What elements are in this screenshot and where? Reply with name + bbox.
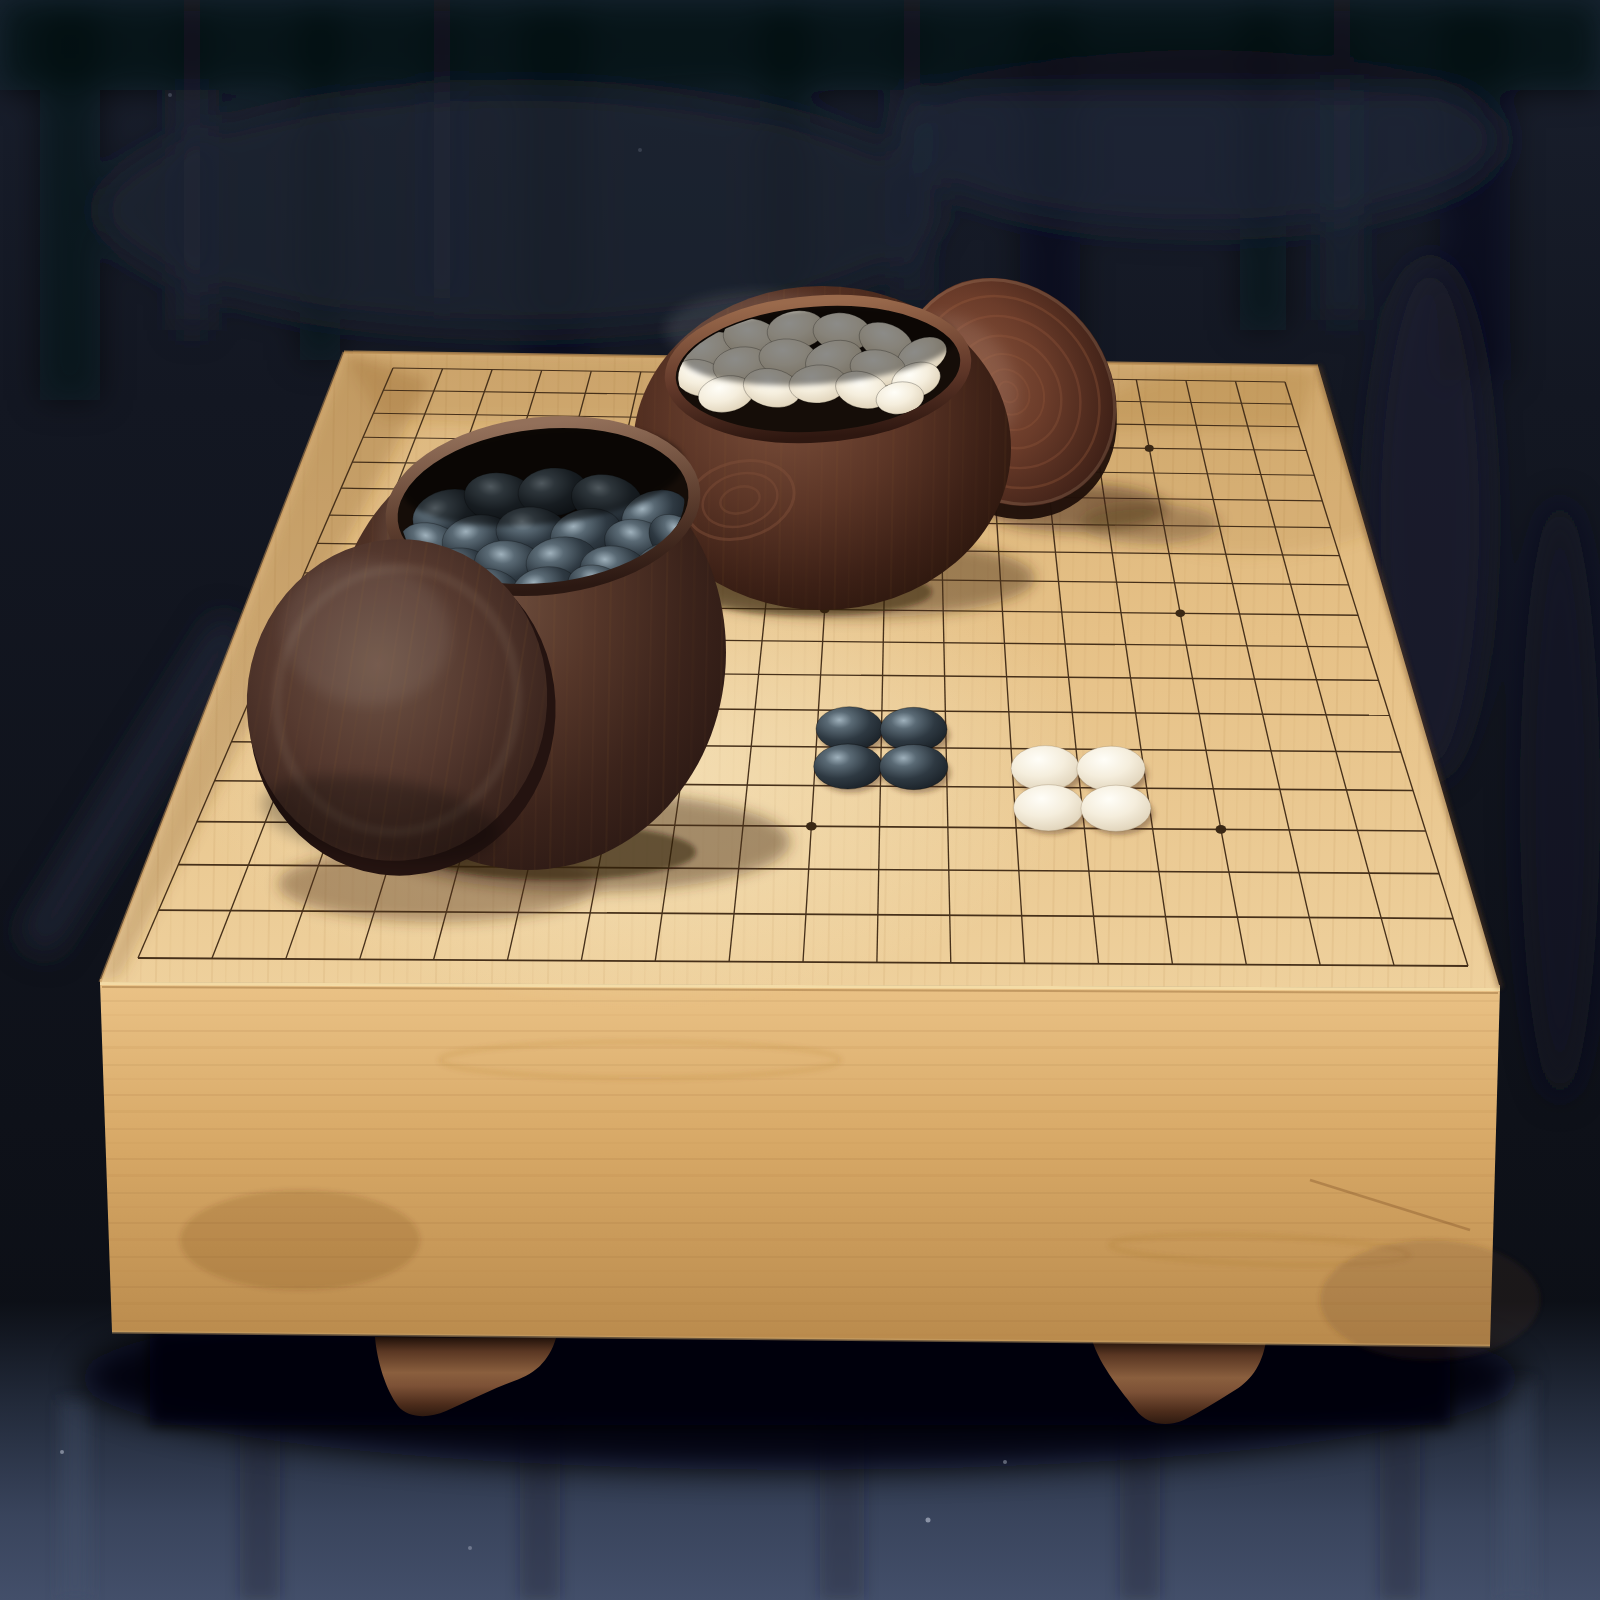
hoshi-star-point	[806, 822, 817, 831]
hoshi-star-point	[1145, 445, 1154, 452]
floor-lint-speck	[1003, 1460, 1007, 1464]
white-stone	[1013, 785, 1083, 831]
black-stone	[879, 744, 947, 789]
floor-lint-speck	[468, 1546, 472, 1550]
white-stone	[1077, 746, 1145, 791]
goban-front-face	[100, 982, 1540, 1360]
floor-lint-speck	[60, 1450, 64, 1454]
hoshi-star-point	[1216, 825, 1227, 834]
hoshi-star-point	[1175, 609, 1185, 617]
photo-scene	[0, 0, 1600, 1600]
floor-lint-speck	[926, 1518, 931, 1523]
goban-photo	[0, 0, 1600, 1600]
cloth-lint-speck	[168, 93, 172, 97]
black-stone	[814, 744, 882, 789]
white-stone	[1011, 746, 1079, 791]
white-stone	[1081, 785, 1151, 831]
cloth-lint-speck	[638, 148, 642, 152]
